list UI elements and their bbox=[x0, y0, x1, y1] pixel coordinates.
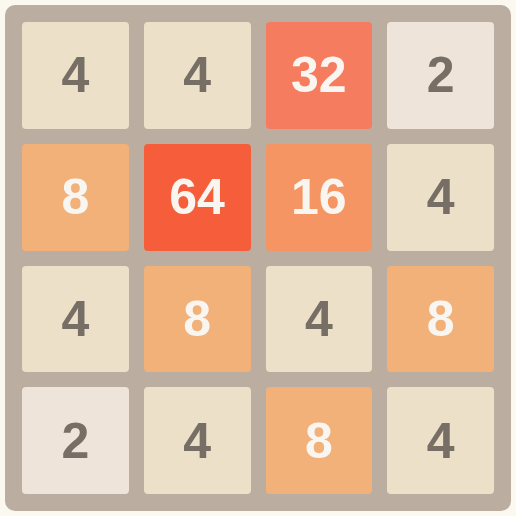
tile-r2c3: 16 bbox=[266, 144, 373, 251]
tile-r3c4: 8 bbox=[387, 266, 494, 373]
tile-r1c1: 4 bbox=[22, 22, 129, 129]
tile-r2c4: 4 bbox=[387, 144, 494, 251]
tile-r4c2: 4 bbox=[144, 387, 251, 494]
tile-r4c1: 2 bbox=[22, 387, 129, 494]
tile-r2c2: 64 bbox=[144, 144, 251, 251]
tile-r1c4: 2 bbox=[387, 22, 494, 129]
tile-r1c3: 32 bbox=[266, 22, 373, 129]
tile-r3c2: 8 bbox=[144, 266, 251, 373]
tile-r4c4: 4 bbox=[387, 387, 494, 494]
tile-r2c1: 8 bbox=[22, 144, 129, 251]
tile-r3c1: 4 bbox=[22, 266, 129, 373]
tile-r1c2: 4 bbox=[144, 22, 251, 129]
tile-r4c3: 8 bbox=[266, 387, 373, 494]
game-board[interactable]: 4 4 32 2 8 64 16 4 4 8 4 8 2 4 8 4 bbox=[5, 5, 511, 511]
tile-r3c3: 4 bbox=[266, 266, 373, 373]
